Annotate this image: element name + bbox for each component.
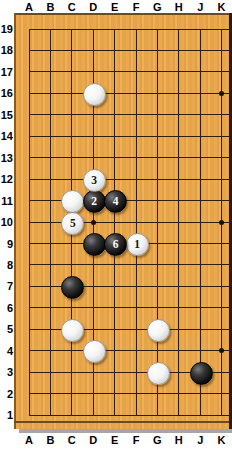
grid-vline-F (136, 29, 137, 416)
row-label-7: 7 (0, 280, 13, 292)
col-label-top-F: F (129, 1, 143, 13)
col-label-bottom-G: G (150, 434, 164, 446)
col-label-top-E: E (108, 1, 122, 13)
stone-J3 (190, 362, 213, 385)
board-shadow (19, 429, 232, 433)
row-label-14: 14 (0, 130, 13, 142)
stone-G5 (147, 319, 170, 342)
grid-hline-5 (29, 329, 230, 330)
go-diagram: AABBCCDDEEFFGGHHJJKK19181716151413121110… (0, 0, 232, 450)
grid-hline-6 (29, 307, 230, 308)
col-label-bottom-B: B (43, 434, 57, 446)
move-number-5: 5 (62, 213, 83, 233)
col-label-top-D: D (86, 1, 100, 13)
move-number-3: 3 (84, 170, 105, 190)
row-label-10: 10 (0, 216, 13, 228)
grid-hline-10 (29, 222, 230, 223)
stone-E9-move-6: 6 (104, 233, 127, 256)
star-point-D10 (91, 220, 96, 225)
grid-vline-H (178, 29, 179, 416)
stone-C10-move-5: 5 (61, 212, 84, 235)
row-label-11: 11 (0, 195, 13, 207)
star-point-K16 (219, 91, 224, 96)
row-label-15: 15 (0, 109, 13, 121)
stone-D16 (83, 83, 106, 106)
stone-D4 (83, 340, 106, 363)
col-label-top-J: J (193, 1, 207, 13)
move-number-1: 1 (127, 234, 148, 254)
row-label-1: 1 (0, 409, 13, 421)
row-label-2: 2 (0, 388, 13, 400)
grid-hline-13 (29, 157, 230, 158)
move-number-2: 2 (84, 191, 105, 211)
col-label-bottom-F: F (129, 434, 143, 446)
col-label-bottom-H: H (172, 434, 186, 446)
col-label-bottom-J: J (193, 434, 207, 446)
grid-hline-19 (29, 29, 230, 30)
grid-hline-1 (29, 415, 230, 416)
grid-hline-16 (29, 93, 230, 94)
row-label-8: 8 (0, 259, 13, 271)
stone-G3 (147, 362, 170, 385)
grid-hline-18 (29, 50, 230, 51)
move-number-6: 6 (105, 234, 126, 254)
stone-D12-move-3: 3 (83, 169, 106, 192)
col-label-top-G: G (150, 1, 164, 13)
grid-vline-J (200, 29, 201, 416)
stone-D11-move-2: 2 (83, 190, 106, 213)
col-label-bottom-K: K (215, 434, 229, 446)
col-label-bottom-E: E (108, 434, 122, 446)
row-label-9: 9 (0, 238, 13, 250)
row-label-12: 12 (0, 173, 13, 185)
grid-hline-4 (29, 350, 230, 351)
col-label-bottom-A: A (22, 434, 36, 446)
grid-vline-E (114, 29, 115, 416)
grid-vline-B (50, 29, 51, 416)
grid-hline-14 (29, 136, 230, 137)
col-label-bottom-D: D (86, 434, 100, 446)
col-label-top-H: H (172, 1, 186, 13)
col-label-top-K: K (215, 1, 229, 13)
row-label-4: 4 (0, 345, 13, 357)
row-label-18: 18 (0, 44, 13, 56)
row-label-13: 13 (0, 152, 13, 164)
star-point-K10 (219, 220, 224, 225)
grid-hline-2 (29, 393, 230, 394)
stone-E11-move-4: 4 (104, 190, 127, 213)
grid-hline-17 (29, 71, 230, 72)
grid-vline-G (157, 29, 158, 416)
col-label-top-C: C (65, 1, 79, 13)
stone-F9-move-1: 1 (126, 233, 149, 256)
stone-D9 (83, 233, 106, 256)
row-label-3: 3 (0, 366, 13, 378)
col-label-top-B: B (43, 1, 57, 13)
grid-hline-15 (29, 114, 230, 115)
grid-hline-7 (29, 286, 230, 287)
row-label-16: 16 (0, 87, 13, 99)
grid-vline-A (29, 29, 30, 416)
grid-hline-12 (29, 179, 230, 180)
move-number-4: 4 (105, 191, 126, 211)
row-label-17: 17 (0, 66, 13, 78)
col-label-bottom-C: C (65, 434, 79, 446)
grid-hline-8 (29, 264, 230, 265)
grid-hline-11 (29, 200, 230, 201)
board-bottom-edge (14, 421, 229, 423)
col-label-top-A: A (22, 1, 36, 13)
row-label-5: 5 (0, 323, 13, 335)
stone-C5 (61, 319, 84, 342)
row-label-19: 19 (0, 23, 13, 35)
row-label-6: 6 (0, 302, 13, 314)
